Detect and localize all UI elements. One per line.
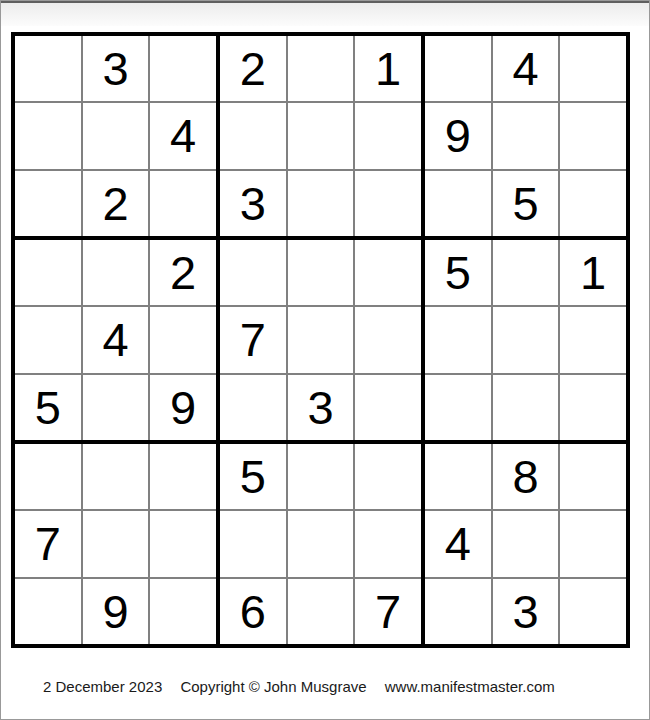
given-digit: 9	[170, 384, 196, 431]
cell-r2c2	[83, 103, 149, 168]
cell-r6c5: 3	[288, 375, 354, 440]
cell-r5c6	[355, 307, 421, 372]
given-digit: 4	[512, 45, 538, 92]
given-digit: 7	[35, 520, 61, 567]
cell-r9c3	[150, 579, 216, 644]
cell-r5c2: 4	[83, 307, 149, 372]
cell-r7c4: 5	[220, 444, 286, 509]
box-3: 495	[425, 36, 626, 236]
cell-r4c6	[355, 240, 421, 305]
cell-r2c7: 9	[425, 103, 491, 168]
cell-r7c1	[15, 444, 81, 509]
footer-copyright: Copyright © John Musgrave	[180, 678, 366, 695]
cell-r8c4	[220, 511, 286, 576]
cell-r6c1: 5	[15, 375, 81, 440]
given-digit: 3	[512, 588, 538, 635]
cell-r9c5	[288, 579, 354, 644]
cell-r5c3	[150, 307, 216, 372]
cell-r1c3	[150, 36, 216, 101]
cell-r3c1	[15, 171, 81, 236]
cell-r7c6	[355, 444, 421, 509]
cell-r7c8: 8	[493, 444, 559, 509]
cell-r7c3	[150, 444, 216, 509]
cell-r1c1	[15, 36, 81, 101]
cell-r5c7	[425, 307, 491, 372]
given-digit: 7	[240, 316, 266, 363]
footer-website: www.manifestmaster.com	[385, 678, 555, 695]
cell-r5c4: 7	[220, 307, 286, 372]
given-digit: 4	[102, 316, 128, 363]
given-digit: 6	[240, 588, 266, 635]
given-digit: 3	[102, 45, 128, 92]
cell-r1c2: 3	[83, 36, 149, 101]
cell-r8c5	[288, 511, 354, 576]
cell-r3c7	[425, 171, 491, 236]
cell-r9c6: 7	[355, 579, 421, 644]
box-8: 567	[220, 444, 421, 644]
cell-r4c8	[493, 240, 559, 305]
cell-r7c5	[288, 444, 354, 509]
cell-r6c3: 9	[150, 375, 216, 440]
box-2: 213	[220, 36, 421, 236]
cell-r9c4: 6	[220, 579, 286, 644]
cell-r9c8: 3	[493, 579, 559, 644]
given-digit: 5	[445, 249, 471, 296]
cell-r1c8: 4	[493, 36, 559, 101]
cell-r5c8	[493, 307, 559, 372]
cell-r3c3	[150, 171, 216, 236]
cell-r6c2	[83, 375, 149, 440]
cell-r9c2: 9	[83, 579, 149, 644]
given-digit: 4	[170, 112, 196, 159]
header-gradient-band	[1, 1, 649, 26]
given-digit: 2	[170, 249, 196, 296]
box-5: 73	[220, 240, 421, 440]
cell-r2c8	[493, 103, 559, 168]
given-digit: 5	[240, 453, 266, 500]
given-digit: 9	[445, 112, 471, 159]
given-digit: 7	[375, 588, 401, 635]
cell-r4c4	[220, 240, 286, 305]
cell-r7c9	[560, 444, 626, 509]
given-digit: 1	[375, 45, 401, 92]
cell-r2c6	[355, 103, 421, 168]
cell-r9c9	[560, 579, 626, 644]
given-digit: 2	[240, 45, 266, 92]
cell-r2c9	[560, 103, 626, 168]
cell-r8c9	[560, 511, 626, 576]
cell-r3c5	[288, 171, 354, 236]
cell-r6c7	[425, 375, 491, 440]
cell-r5c1	[15, 307, 81, 372]
cell-r3c9	[560, 171, 626, 236]
cell-r1c5	[288, 36, 354, 101]
puzzle-page: 3422134952459735179567843 2 December 202…	[0, 0, 650, 720]
box-1: 342	[15, 36, 216, 236]
given-digit: 4	[445, 520, 471, 567]
cell-r2c1	[15, 103, 81, 168]
box-7: 79	[15, 444, 216, 644]
cell-r4c7: 5	[425, 240, 491, 305]
cell-r3c6	[355, 171, 421, 236]
cell-r9c7	[425, 579, 491, 644]
given-digit: 2	[102, 180, 128, 227]
cell-r7c7	[425, 444, 491, 509]
cell-r2c5	[288, 103, 354, 168]
footer-date: 2 December 2023	[43, 678, 162, 695]
cell-r6c8	[493, 375, 559, 440]
cell-r8c6	[355, 511, 421, 576]
cell-r9c1	[15, 579, 81, 644]
given-digit: 3	[307, 384, 333, 431]
cell-r2c4	[220, 103, 286, 168]
box-6: 51	[425, 240, 626, 440]
cell-r8c7: 4	[425, 511, 491, 576]
cell-r2c3: 4	[150, 103, 216, 168]
given-digit: 9	[102, 588, 128, 635]
cell-r4c9: 1	[560, 240, 626, 305]
cell-r5c9	[560, 307, 626, 372]
cell-r1c6: 1	[355, 36, 421, 101]
cell-r7c2	[83, 444, 149, 509]
given-digit: 1	[580, 249, 606, 296]
cell-r5c5	[288, 307, 354, 372]
given-digit: 5	[512, 180, 538, 227]
given-digit: 8	[512, 453, 538, 500]
cell-r4c5	[288, 240, 354, 305]
given-digit: 3	[240, 180, 266, 227]
cell-r3c2: 2	[83, 171, 149, 236]
box-4: 2459	[15, 240, 216, 440]
footer: 2 December 2023 Copyright © John Musgrav…	[43, 678, 555, 695]
given-digit: 5	[35, 384, 61, 431]
cell-r3c4: 3	[220, 171, 286, 236]
cell-r6c9	[560, 375, 626, 440]
cell-r1c4: 2	[220, 36, 286, 101]
cell-r6c6	[355, 375, 421, 440]
cell-r4c3: 2	[150, 240, 216, 305]
cell-r1c7	[425, 36, 491, 101]
cell-r3c8: 5	[493, 171, 559, 236]
cell-r8c8	[493, 511, 559, 576]
cell-r4c2	[83, 240, 149, 305]
cell-r8c3	[150, 511, 216, 576]
cell-r6c4	[220, 375, 286, 440]
box-9: 843	[425, 444, 626, 644]
cell-r4c1	[15, 240, 81, 305]
cell-r8c1: 7	[15, 511, 81, 576]
sudoku-board: 3422134952459735179567843	[11, 32, 630, 648]
cell-r1c9	[560, 36, 626, 101]
cell-r8c2	[83, 511, 149, 576]
